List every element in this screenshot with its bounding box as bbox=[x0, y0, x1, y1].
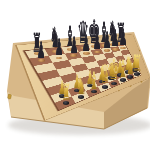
piece-glyph: ♝ bbox=[88, 70, 98, 94]
piece-glyph: ♟ bbox=[111, 28, 120, 51]
piece-glyph: ♟ bbox=[93, 31, 102, 54]
piece-glyph: ♜ bbox=[61, 83, 71, 105]
piece-glyph: ♟ bbox=[82, 33, 91, 56]
piece-glyph: ♟ bbox=[69, 35, 78, 58]
piece-glyph: ♞ bbox=[75, 75, 85, 99]
piece-glyph: ♟ bbox=[119, 27, 128, 50]
piece-glyph: ♟ bbox=[55, 37, 64, 60]
piece-glyph: ♛ bbox=[99, 63, 111, 89]
piece-glyph: ♟ bbox=[103, 29, 112, 52]
chess-set-photo: ♜♞♝♛♚♝♞♜♟♟♟♟♟♟♟♟♟♟♟♟♟♟♟♟♜♞♝♛♚♝♞♜ bbox=[0, 0, 150, 150]
piece-glyph: ♟ bbox=[37, 40, 46, 63]
